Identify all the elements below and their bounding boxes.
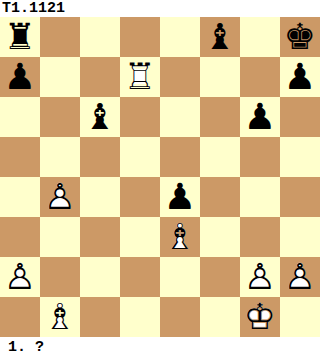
piece-white-king-fill: ♚ (240, 297, 280, 337)
piece-white-pawn-fill: ♟ (40, 177, 80, 217)
square-g8[interactable] (240, 17, 280, 57)
square-d6[interactable] (120, 97, 160, 137)
square-c5[interactable] (80, 137, 120, 177)
square-f1[interactable] (200, 297, 240, 337)
square-b7[interactable] (40, 57, 80, 97)
square-f8[interactable]: ♝ (200, 17, 240, 57)
square-b3[interactable] (40, 217, 80, 257)
square-h8[interactable]: ♚ (280, 17, 320, 57)
piece-black-pawn[interactable]: ♟ (160, 177, 200, 217)
piece-white-bishop[interactable]: ♗ (160, 217, 200, 257)
square-e8[interactable] (160, 17, 200, 57)
piece-white-bishop-fill: ♝ (40, 297, 80, 337)
square-c8[interactable] (80, 17, 120, 57)
piece-black-pawn[interactable]: ♟ (0, 57, 40, 97)
square-g6[interactable]: ♟ (240, 97, 280, 137)
square-e2[interactable] (160, 257, 200, 297)
square-h7[interactable]: ♟ (280, 57, 320, 97)
piece-black-pawn[interactable]: ♟ (240, 97, 280, 137)
square-h6[interactable] (280, 97, 320, 137)
square-a1[interactable] (0, 297, 40, 337)
square-c1[interactable] (80, 297, 120, 337)
piece-white-pawn-fill: ♟ (280, 257, 320, 297)
square-h3[interactable] (280, 217, 320, 257)
square-f3[interactable] (200, 217, 240, 257)
square-b5[interactable] (40, 137, 80, 177)
square-c7[interactable] (80, 57, 120, 97)
square-e7[interactable] (160, 57, 200, 97)
piece-white-pawn[interactable]: ♙ (280, 257, 320, 297)
piece-black-pawn[interactable]: ♟ (280, 57, 320, 97)
square-f2[interactable] (200, 257, 240, 297)
square-b1[interactable]: ♝♗ (40, 297, 80, 337)
piece-black-king[interactable]: ♚ (280, 17, 320, 57)
square-f6[interactable] (200, 97, 240, 137)
square-h4[interactable] (280, 177, 320, 217)
square-c6[interactable]: ♝ (80, 97, 120, 137)
piece-white-rook[interactable]: ♖ (120, 57, 160, 97)
square-e6[interactable] (160, 97, 200, 137)
square-b8[interactable] (40, 17, 80, 57)
square-d5[interactable] (120, 137, 160, 177)
puzzle-title: T1.1121 (0, 0, 320, 17)
piece-black-bishop[interactable]: ♝ (200, 17, 240, 57)
square-c2[interactable] (80, 257, 120, 297)
square-d2[interactable] (120, 257, 160, 297)
piece-white-king[interactable]: ♔ (240, 297, 280, 337)
square-a3[interactable] (0, 217, 40, 257)
square-a7[interactable]: ♟ (0, 57, 40, 97)
square-d8[interactable] (120, 17, 160, 57)
square-b4[interactable]: ♟♙ (40, 177, 80, 217)
square-d7[interactable]: ♜♖ (120, 57, 160, 97)
square-b6[interactable] (40, 97, 80, 137)
square-h1[interactable] (280, 297, 320, 337)
piece-white-rook-fill: ♜ (120, 57, 160, 97)
square-a2[interactable]: ♟♙ (0, 257, 40, 297)
square-g3[interactable] (240, 217, 280, 257)
square-e1[interactable] (160, 297, 200, 337)
square-d1[interactable] (120, 297, 160, 337)
square-d3[interactable] (120, 217, 160, 257)
piece-white-pawn[interactable]: ♙ (240, 257, 280, 297)
square-h5[interactable] (280, 137, 320, 177)
square-b2[interactable] (40, 257, 80, 297)
piece-black-rook[interactable]: ♜ (0, 17, 40, 57)
square-g5[interactable] (240, 137, 280, 177)
square-e4[interactable]: ♟ (160, 177, 200, 217)
chess-puzzle-page: T1.1121 ♜♝♚♟♜♖♟♝♟♟♙♟♝♗♟♙♟♙♟♙♝♗♚♔ 1. ? (0, 0, 320, 360)
square-c4[interactable] (80, 177, 120, 217)
square-a5[interactable] (0, 137, 40, 177)
move-prompt: 1. ? (0, 337, 320, 360)
square-a6[interactable] (0, 97, 40, 137)
square-f7[interactable] (200, 57, 240, 97)
piece-white-pawn-fill: ♟ (240, 257, 280, 297)
square-g7[interactable] (240, 57, 280, 97)
piece-white-pawn[interactable]: ♙ (40, 177, 80, 217)
piece-white-bishop[interactable]: ♗ (40, 297, 80, 337)
square-c3[interactable] (80, 217, 120, 257)
square-e5[interactable] (160, 137, 200, 177)
piece-white-bishop-fill: ♝ (160, 217, 200, 257)
square-g2[interactable]: ♟♙ (240, 257, 280, 297)
square-d4[interactable] (120, 177, 160, 217)
square-h2[interactable]: ♟♙ (280, 257, 320, 297)
square-g4[interactable] (240, 177, 280, 217)
square-a8[interactable]: ♜ (0, 17, 40, 57)
piece-black-bishop[interactable]: ♝ (80, 97, 120, 137)
square-f4[interactable] (200, 177, 240, 217)
square-g1[interactable]: ♚♔ (240, 297, 280, 337)
square-e3[interactable]: ♝♗ (160, 217, 200, 257)
square-a4[interactable] (0, 177, 40, 217)
piece-white-pawn[interactable]: ♙ (0, 257, 40, 297)
square-f5[interactable] (200, 137, 240, 177)
piece-white-pawn-fill: ♟ (0, 257, 40, 297)
chess-board: ♜♝♚♟♜♖♟♝♟♟♙♟♝♗♟♙♟♙♟♙♝♗♚♔ (0, 17, 320, 337)
